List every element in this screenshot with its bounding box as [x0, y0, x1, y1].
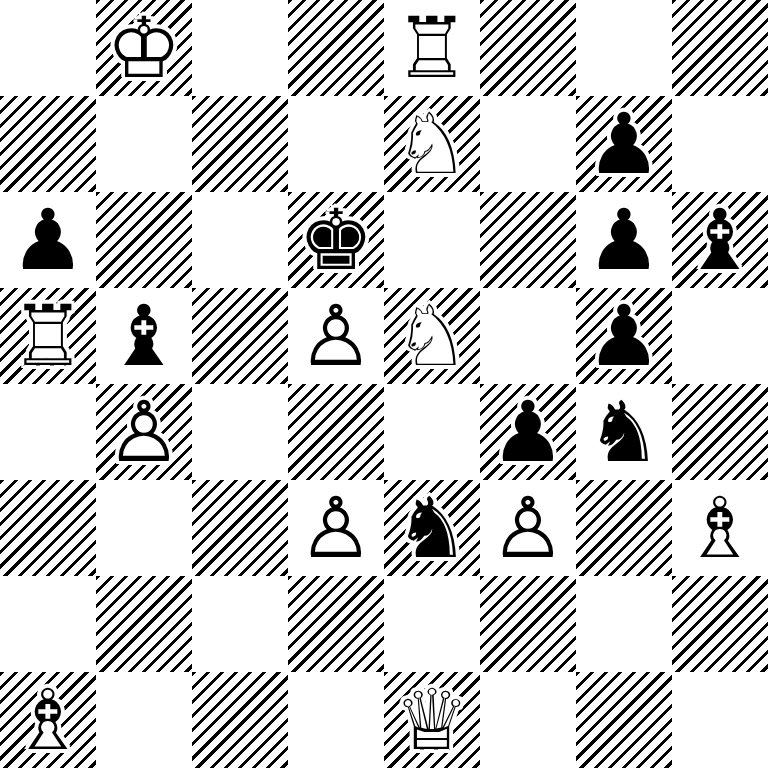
- white-bishop-silhouette: ♝: [672, 480, 768, 576]
- square-c3[interactable]: [192, 480, 288, 576]
- square-b5[interactable]: ♝: [96, 288, 192, 384]
- square-g4[interactable]: ♞: [576, 384, 672, 480]
- square-a7[interactable]: [0, 96, 96, 192]
- square-f1[interactable]: [480, 672, 576, 768]
- white-knight-icon: ♘: [384, 288, 480, 384]
- square-e4[interactable]: [384, 384, 480, 480]
- square-f6[interactable]: [480, 192, 576, 288]
- square-c2[interactable]: [192, 576, 288, 672]
- white-pawn-silhouette: ♟: [288, 480, 384, 576]
- square-c5[interactable]: [192, 288, 288, 384]
- white-pawn-icon: ♙: [288, 480, 384, 576]
- black-pawn-icon: ♟: [576, 96, 672, 192]
- square-a5[interactable]: ♜♖: [0, 288, 96, 384]
- square-h6[interactable]: ♝: [672, 192, 768, 288]
- square-f8[interactable]: [480, 0, 576, 96]
- square-c8[interactable]: [192, 0, 288, 96]
- white-king-icon: ♔: [96, 0, 192, 96]
- white-bishop-silhouette: ♝: [0, 672, 96, 768]
- square-e7[interactable]: ♞♘: [384, 96, 480, 192]
- square-e3[interactable]: ♞: [384, 480, 480, 576]
- square-b4[interactable]: ♟♙: [96, 384, 192, 480]
- square-d4[interactable]: [288, 384, 384, 480]
- white-pawn-silhouette: ♟: [480, 480, 576, 576]
- white-pawn-silhouette: ♟: [96, 384, 192, 480]
- white-knight-icon: ♘: [384, 96, 480, 192]
- white-pawn-icon: ♙: [96, 384, 192, 480]
- square-c4[interactable]: [192, 384, 288, 480]
- square-g5[interactable]: ♟: [576, 288, 672, 384]
- square-a1[interactable]: ♝♗: [0, 672, 96, 768]
- square-h3[interactable]: ♝♗: [672, 480, 768, 576]
- square-f5[interactable]: [480, 288, 576, 384]
- square-c1[interactable]: [192, 672, 288, 768]
- square-a2[interactable]: [0, 576, 96, 672]
- white-rook-silhouette: ♜: [384, 0, 480, 96]
- square-d2[interactable]: [288, 576, 384, 672]
- square-g1[interactable]: [576, 672, 672, 768]
- square-f4[interactable]: ♟: [480, 384, 576, 480]
- square-h8[interactable]: [672, 0, 768, 96]
- square-b8[interactable]: ♚♔: [96, 0, 192, 96]
- white-bishop-icon: ♗: [672, 480, 768, 576]
- square-g2[interactable]: [576, 576, 672, 672]
- black-pawn-icon: ♟: [0, 192, 96, 288]
- black-knight-icon: ♞: [384, 480, 480, 576]
- square-b6[interactable]: [96, 192, 192, 288]
- square-h4[interactable]: [672, 384, 768, 480]
- white-rook-silhouette: ♜: [0, 288, 96, 384]
- chess-board: ♚♔♜♖♞♘♟♟♚♟♝♜♖♝♟♙♞♘♟♟♙♟♞♟♙♞♟♙♝♗♝♗♛♕: [0, 0, 768, 768]
- white-rook-icon: ♖: [384, 0, 480, 96]
- square-e1[interactable]: ♛♕: [384, 672, 480, 768]
- square-d8[interactable]: [288, 0, 384, 96]
- square-h1[interactable]: [672, 672, 768, 768]
- white-knight-silhouette: ♞: [384, 96, 480, 192]
- white-pawn-icon: ♙: [288, 288, 384, 384]
- square-c6[interactable]: [192, 192, 288, 288]
- square-a3[interactable]: [0, 480, 96, 576]
- square-g3[interactable]: [576, 480, 672, 576]
- square-h2[interactable]: [672, 576, 768, 672]
- square-d6[interactable]: ♚: [288, 192, 384, 288]
- white-rook-icon: ♖: [0, 288, 96, 384]
- square-d3[interactable]: ♟♙: [288, 480, 384, 576]
- square-a6[interactable]: ♟: [0, 192, 96, 288]
- black-bishop-icon: ♝: [96, 288, 192, 384]
- square-b7[interactable]: [96, 96, 192, 192]
- square-e8[interactable]: ♜♖: [384, 0, 480, 96]
- square-b1[interactable]: [96, 672, 192, 768]
- square-b2[interactable]: [96, 576, 192, 672]
- square-e6[interactable]: [384, 192, 480, 288]
- square-d7[interactable]: [288, 96, 384, 192]
- black-pawn-icon: ♟: [480, 384, 576, 480]
- white-bishop-icon: ♗: [0, 672, 96, 768]
- square-d5[interactable]: ♟♙: [288, 288, 384, 384]
- black-king-icon: ♚: [288, 192, 384, 288]
- square-f7[interactable]: [480, 96, 576, 192]
- black-pawn-icon: ♟: [576, 288, 672, 384]
- square-a4[interactable]: [0, 384, 96, 480]
- square-e2[interactable]: [384, 576, 480, 672]
- square-d1[interactable]: [288, 672, 384, 768]
- square-g7[interactable]: ♟: [576, 96, 672, 192]
- white-pawn-icon: ♙: [480, 480, 576, 576]
- black-bishop-icon: ♝: [672, 192, 768, 288]
- white-queen-icon: ♕: [384, 672, 480, 768]
- square-g6[interactable]: ♟: [576, 192, 672, 288]
- white-king-silhouette: ♚: [96, 0, 192, 96]
- square-f2[interactable]: [480, 576, 576, 672]
- square-f3[interactable]: ♟♙: [480, 480, 576, 576]
- square-g8[interactable]: [576, 0, 672, 96]
- white-queen-silhouette: ♛: [384, 672, 480, 768]
- square-e5[interactable]: ♞♘: [384, 288, 480, 384]
- square-h5[interactable]: [672, 288, 768, 384]
- black-pawn-icon: ♟: [576, 192, 672, 288]
- white-pawn-silhouette: ♟: [288, 288, 384, 384]
- square-h7[interactable]: [672, 96, 768, 192]
- square-c7[interactable]: [192, 96, 288, 192]
- square-b3[interactable]: [96, 480, 192, 576]
- black-knight-icon: ♞: [576, 384, 672, 480]
- white-knight-silhouette: ♞: [384, 288, 480, 384]
- square-a8[interactable]: [0, 0, 96, 96]
